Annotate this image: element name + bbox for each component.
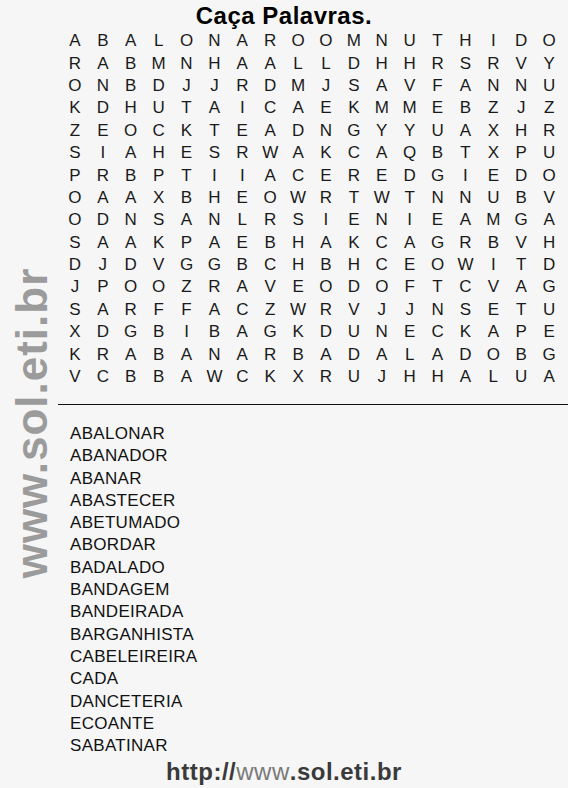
grid-cell-r15c3[interactable]: A: [117, 343, 145, 365]
grid-cell-r2c16[interactable]: R: [479, 52, 507, 74]
grid-cell-r13c15[interactable]: S: [451, 299, 479, 321]
grid-cell-r3c13[interactable]: V: [396, 75, 424, 97]
grid-cell-r4c6[interactable]: A: [200, 97, 228, 119]
grid-cell-r5c8[interactable]: A: [256, 120, 284, 142]
grid-cell-r8c16[interactable]: U: [479, 187, 507, 209]
grid-cell-r7c15[interactable]: I: [451, 164, 479, 186]
grid-cell-r4c7[interactable]: I: [228, 97, 256, 119]
grid-cell-r8c11[interactable]: T: [340, 187, 368, 209]
grid-cell-r2c17[interactable]: V: [507, 52, 535, 74]
grid-cell-r6c4[interactable]: H: [145, 142, 173, 164]
grid-cell-r4c14[interactable]: E: [424, 97, 452, 119]
grid-cell-r9c2[interactable]: D: [89, 209, 117, 231]
grid-cell-r13c17[interactable]: T: [507, 299, 535, 321]
grid-cell-r10c15[interactable]: R: [451, 232, 479, 254]
grid-cell-r7c9[interactable]: C: [284, 164, 312, 186]
grid-cell-r3c8[interactable]: D: [256, 75, 284, 97]
grid-cell-r6c8[interactable]: W: [256, 142, 284, 164]
grid-cell-r5c2[interactable]: E: [89, 120, 117, 142]
grid-cell-r2c7[interactable]: A: [228, 52, 256, 74]
grid-cell-r14c5[interactable]: I: [173, 321, 201, 343]
grid-cell-r3c15[interactable]: A: [451, 75, 479, 97]
grid-cell-r11c8[interactable]: C: [256, 254, 284, 276]
grid-cell-r1c9[interactable]: O: [284, 30, 312, 52]
grid-cell-r9c8[interactable]: R: [256, 209, 284, 231]
grid-cell-r5c17[interactable]: H: [507, 120, 535, 142]
grid-cell-r12c6[interactable]: R: [200, 276, 228, 298]
footer-url-separator: ://: [213, 758, 236, 785]
grid-cell-r15c1[interactable]: K: [61, 343, 89, 365]
grid-cell-r7c6[interactable]: I: [200, 164, 228, 186]
grid-cell-r16c10[interactable]: R: [312, 366, 340, 388]
grid-cell-r7c3[interactable]: B: [117, 164, 145, 186]
grid-cell-r3c5[interactable]: J: [173, 75, 201, 97]
grid-cell-r10c12[interactable]: C: [368, 232, 396, 254]
grid-cell-r14c10[interactable]: D: [312, 321, 340, 343]
grid-cell-r12c5[interactable]: Z: [173, 276, 201, 298]
grid-cell-r4c4[interactable]: U: [145, 97, 173, 119]
grid-cell-r6c18[interactable]: U: [535, 142, 563, 164]
grid-cell-r12c1[interactable]: J: [61, 276, 89, 298]
grid-cell-r6c3[interactable]: A: [117, 142, 145, 164]
grid-cell-r10c18[interactable]: H: [535, 232, 563, 254]
grid-cell-r10c17[interactable]: V: [507, 232, 535, 254]
grid-cell-r13c18[interactable]: U: [535, 299, 563, 321]
grid-cell-r14c18[interactable]: E: [535, 321, 563, 343]
grid-cell-r2c12[interactable]: H: [368, 52, 396, 74]
grid-cell-r11c15[interactable]: W: [451, 254, 479, 276]
grid-cell-r8c8[interactable]: O: [256, 187, 284, 209]
grid-cell-r3c7[interactable]: R: [228, 75, 256, 97]
grid-cell-r3c11[interactable]: S: [340, 75, 368, 97]
grid-cell-r15c16[interactable]: O: [479, 343, 507, 365]
grid-cell-r11c13[interactable]: E: [396, 254, 424, 276]
grid-cell-r3c10[interactable]: J: [312, 75, 340, 97]
grid-cell-r9c18[interactable]: A: [535, 209, 563, 231]
grid-cell-r6c10[interactable]: K: [312, 142, 340, 164]
grid-cell-r7c5[interactable]: T: [173, 164, 201, 186]
divider-line: [58, 404, 568, 405]
grid-cell-r14c16[interactable]: A: [479, 321, 507, 343]
grid-cell-r7c17[interactable]: D: [507, 164, 535, 186]
grid-cell-r6c11[interactable]: C: [340, 142, 368, 164]
grid-cell-r5c6[interactable]: T: [200, 120, 228, 142]
grid-cell-r15c10[interactable]: A: [312, 343, 340, 365]
grid-cell-r15c4[interactable]: B: [145, 343, 173, 365]
grid-cell-r14c1[interactable]: X: [61, 321, 89, 343]
grid-cell-r1c10[interactable]: O: [312, 30, 340, 52]
grid-cell-r2c3[interactable]: B: [117, 52, 145, 74]
grid-cell-r8c9[interactable]: W: [284, 187, 312, 209]
grid-cell-r8c13[interactable]: T: [396, 187, 424, 209]
grid-cell-r10c1[interactable]: S: [61, 232, 89, 254]
grid-cell-r6c5[interactable]: E: [173, 142, 201, 164]
grid-cell-r8c18[interactable]: V: [535, 187, 563, 209]
grid-cell-r7c4[interactable]: P: [145, 164, 173, 186]
grid-cell-r12c4[interactable]: O: [145, 276, 173, 298]
grid-cell-r3c12[interactable]: A: [368, 75, 396, 97]
grid-cell-r1c14[interactable]: T: [424, 30, 452, 52]
grid-cell-r5c14[interactable]: U: [424, 120, 452, 142]
grid-cell-r11c5[interactable]: G: [173, 254, 201, 276]
grid-cell-r1c3[interactable]: A: [117, 30, 145, 52]
grid-cell-r11c9[interactable]: H: [284, 254, 312, 276]
grid-cell-r15c5[interactable]: A: [173, 343, 201, 365]
grid-cell-r16c15[interactable]: A: [451, 366, 479, 388]
grid-cell-r13c2[interactable]: A: [89, 299, 117, 321]
grid-cell-r5c18[interactable]: R: [535, 120, 563, 142]
grid-cell-r7c8[interactable]: A: [256, 164, 284, 186]
grid-cell-r4c15[interactable]: B: [451, 97, 479, 119]
grid-cell-r9c5[interactable]: A: [173, 209, 201, 231]
grid-cell-r15c14[interactable]: A: [424, 343, 452, 365]
grid-cell-r15c2[interactable]: R: [89, 343, 117, 365]
grid-cell-r7c7[interactable]: I: [228, 164, 256, 186]
grid-cell-r11c6[interactable]: G: [200, 254, 228, 276]
grid-cell-r4c12[interactable]: M: [368, 97, 396, 119]
grid-cell-r8c7[interactable]: E: [228, 187, 256, 209]
grid-cell-r14c17[interactable]: P: [507, 321, 535, 343]
grid-cell-r4c3[interactable]: H: [117, 97, 145, 119]
grid-cell-r13c16[interactable]: E: [479, 299, 507, 321]
grid-cell-r14c6[interactable]: B: [200, 321, 228, 343]
grid-cell-r11c18[interactable]: D: [535, 254, 563, 276]
grid-cell-r1c18[interactable]: O: [535, 30, 563, 52]
grid-cell-r3c17[interactable]: N: [507, 75, 535, 97]
grid-cell-r8c4[interactable]: X: [145, 187, 173, 209]
grid-cell-r11c2[interactable]: J: [89, 254, 117, 276]
grid-cell-r11c1[interactable]: D: [61, 254, 89, 276]
grid-cell-r14c14[interactable]: C: [424, 321, 452, 343]
grid-cell-r1c2[interactable]: B: [89, 30, 117, 52]
grid-cell-r9c10[interactable]: I: [312, 209, 340, 231]
grid-cell-r15c7[interactable]: A: [228, 343, 256, 365]
grid-cell-r15c8[interactable]: R: [256, 343, 284, 365]
grid-cell-r4c18[interactable]: Z: [535, 97, 563, 119]
grid-cell-r11c12[interactable]: C: [368, 254, 396, 276]
grid-cell-r9c17[interactable]: G: [507, 209, 535, 231]
grid-cell-r10c6[interactable]: A: [200, 232, 228, 254]
grid-cell-r7c1[interactable]: P: [61, 164, 89, 186]
grid-cell-r1c13[interactable]: U: [396, 30, 424, 52]
grid-cell-r3c18[interactable]: U: [535, 75, 563, 97]
grid-cell-r15c6[interactable]: N: [200, 343, 228, 365]
grid-cell-r16c5[interactable]: A: [173, 366, 201, 388]
grid-cell-r8c10[interactable]: R: [312, 187, 340, 209]
grid-cell-r9c1[interactable]: O: [61, 209, 89, 231]
grid-cell-r3c6[interactable]: J: [200, 75, 228, 97]
grid-cell-r14c15[interactable]: K: [451, 321, 479, 343]
grid-cell-r14c2[interactable]: D: [89, 321, 117, 343]
footer-url[interactable]: http://www.sol.eti.br: [0, 758, 568, 786]
grid-cell-r8c6[interactable]: H: [200, 187, 228, 209]
grid-cell-r13c3[interactable]: R: [117, 299, 145, 321]
grid-cell-r16c16[interactable]: L: [479, 366, 507, 388]
grid-cell-r2c4[interactable]: M: [145, 52, 173, 74]
footer-url-www: www: [236, 758, 290, 785]
grid-cell-r6c1[interactable]: S: [61, 142, 89, 164]
grid-cell-r9c15[interactable]: A: [451, 209, 479, 231]
grid-cell-r8c12[interactable]: W: [368, 187, 396, 209]
grid-cell-r6c15[interactable]: T: [451, 142, 479, 164]
grid-cell-r15c12[interactable]: A: [368, 343, 396, 365]
grid-cell-r16c13[interactable]: H: [396, 366, 424, 388]
grid-cell-r16c4[interactable]: B: [145, 366, 173, 388]
grid-cell-r1c6[interactable]: N: [200, 30, 228, 52]
grid-cell-r16c7[interactable]: C: [228, 366, 256, 388]
grid-cell-r8c17[interactable]: B: [507, 187, 535, 209]
grid-cell-r12c14[interactable]: T: [424, 276, 452, 298]
grid-cell-r7c11[interactable]: R: [340, 164, 368, 186]
grid-cell-r1c8[interactable]: R: [256, 30, 284, 52]
grid-cell-r5c5[interactable]: K: [173, 120, 201, 142]
grid-cell-r16c11[interactable]: U: [340, 366, 368, 388]
grid-cell-r14c8[interactable]: G: [256, 321, 284, 343]
grid-cell-r10c13[interactable]: A: [396, 232, 424, 254]
grid-cell-r3c3[interactable]: B: [117, 75, 145, 97]
grid-cell-r2c2[interactable]: A: [89, 52, 117, 74]
grid-cell-r1c15[interactable]: H: [451, 30, 479, 52]
grid-cell-r7c10[interactable]: E: [312, 164, 340, 186]
grid-cell-r12c10[interactable]: O: [312, 276, 340, 298]
grid-cell-r5c11[interactable]: G: [340, 120, 368, 142]
grid-cell-r6c2[interactable]: I: [89, 142, 117, 164]
grid-cell-r4c10[interactable]: E: [312, 97, 340, 119]
grid-cell-r1c4[interactable]: L: [145, 30, 173, 52]
grid-cell-r5c7[interactable]: E: [228, 120, 256, 142]
grid-cell-r13c8[interactable]: Z: [256, 299, 284, 321]
grid-cell-r3c4[interactable]: D: [145, 75, 173, 97]
grid-cell-r13c1[interactable]: S: [61, 299, 89, 321]
grid-cell-r9c13[interactable]: I: [396, 209, 424, 231]
grid-cell-r7c12[interactable]: E: [368, 164, 396, 186]
grid-cell-r13c14[interactable]: N: [424, 299, 452, 321]
grid-cell-r11c4[interactable]: V: [145, 254, 173, 276]
grid-cell-r10c8[interactable]: B: [256, 232, 284, 254]
word-list-item: SABATINAR: [70, 735, 197, 757]
grid-cell-r4c2[interactable]: D: [89, 97, 117, 119]
grid-cell-r13c5[interactable]: F: [173, 299, 201, 321]
grid-cell-r10c3[interactable]: A: [117, 232, 145, 254]
grid-cell-r15c17[interactable]: B: [507, 343, 535, 365]
grid-cell-r5c3[interactable]: O: [117, 120, 145, 142]
grid-cell-r8c3[interactable]: A: [117, 187, 145, 209]
grid-cell-r4c11[interactable]: K: [340, 97, 368, 119]
grid-cell-r9c12[interactable]: N: [368, 209, 396, 231]
grid-cell-r15c15[interactable]: D: [451, 343, 479, 365]
grid-cell-r15c11[interactable]: D: [340, 343, 368, 365]
grid-cell-r13c12[interactable]: J: [368, 299, 396, 321]
grid-cell-r9c16[interactable]: M: [479, 209, 507, 231]
grid-cell-r1c11[interactable]: M: [340, 30, 368, 52]
grid-cell-r12c8[interactable]: V: [256, 276, 284, 298]
grid-cell-r14c7[interactable]: A: [228, 321, 256, 343]
grid-cell-r3c16[interactable]: N: [479, 75, 507, 97]
grid-cell-r8c2[interactable]: A: [89, 187, 117, 209]
grid-cell-r5c16[interactable]: X: [479, 120, 507, 142]
grid-cell-r16c6[interactable]: W: [200, 366, 228, 388]
grid-cell-r1c16[interactable]: I: [479, 30, 507, 52]
grid-cell-r10c7[interactable]: E: [228, 232, 256, 254]
word-list-item: CADA: [70, 668, 197, 690]
grid-cell-r2c18[interactable]: Y: [535, 52, 563, 74]
grid-cell-r12c11[interactable]: D: [340, 276, 368, 298]
grid-cell-r16c18[interactable]: A: [535, 366, 563, 388]
grid-cell-r11c11[interactable]: H: [340, 254, 368, 276]
grid-cell-r10c5[interactable]: P: [173, 232, 201, 254]
grid-cell-r5c10[interactable]: N: [312, 120, 340, 142]
grid-cell-r5c4[interactable]: C: [145, 120, 173, 142]
grid-cell-r3c9[interactable]: M: [284, 75, 312, 97]
grid-cell-r8c5[interactable]: B: [173, 187, 201, 209]
grid-cell-r7c16[interactable]: E: [479, 164, 507, 186]
grid-cell-r7c14[interactable]: G: [424, 164, 452, 186]
grid-cell-r3c14[interactable]: F: [424, 75, 452, 97]
grid-cell-r11c16[interactable]: I: [479, 254, 507, 276]
grid-cell-r14c9[interactable]: K: [284, 321, 312, 343]
grid-cell-r4c16[interactable]: Z: [479, 97, 507, 119]
grid-cell-r6c12[interactable]: A: [368, 142, 396, 164]
grid-cell-r4c5[interactable]: T: [173, 97, 201, 119]
grid-cell-r7c13[interactable]: D: [396, 164, 424, 186]
grid-cell-r13c11[interactable]: V: [340, 299, 368, 321]
word-list-item: ABANADOR: [70, 445, 197, 467]
word-list-item: BADALADO: [70, 557, 197, 579]
footer-url-scheme: http: [166, 758, 213, 785]
grid-cell-r16c9[interactable]: X: [284, 366, 312, 388]
grid-cell-r15c18[interactable]: G: [535, 343, 563, 365]
grid-cell-r16c3[interactable]: B: [117, 366, 145, 388]
grid-cell-r2c11[interactable]: D: [340, 52, 368, 74]
grid-cell-r16c17[interactable]: U: [507, 366, 535, 388]
grid-cell-r5c12[interactable]: Y: [368, 120, 396, 142]
grid-cell-r4c8[interactable]: C: [256, 97, 284, 119]
grid-cell-r7c18[interactable]: O: [535, 164, 563, 186]
grid-cell-r7c2[interactable]: R: [89, 164, 117, 186]
grid-cell-r10c9[interactable]: H: [284, 232, 312, 254]
grid-cell-r3c2[interactable]: N: [89, 75, 117, 97]
grid-cell-r9c7[interactable]: L: [228, 209, 256, 231]
grid-cell-r8c14[interactable]: N: [424, 187, 452, 209]
grid-cell-r11c17[interactable]: T: [507, 254, 535, 276]
grid-cell-r10c14[interactable]: G: [424, 232, 452, 254]
grid-cell-r4c17[interactable]: J: [507, 97, 535, 119]
grid-cell-r13c7[interactable]: C: [228, 299, 256, 321]
grid-cell-r13c9[interactable]: W: [284, 299, 312, 321]
grid-cell-r2c10[interactable]: L: [312, 52, 340, 74]
grid-cell-r2c6[interactable]: H: [200, 52, 228, 74]
grid-cell-r15c9[interactable]: B: [284, 343, 312, 365]
grid-cell-r12c15[interactable]: C: [451, 276, 479, 298]
grid-cell-r1c5[interactable]: O: [173, 30, 201, 52]
grid-cell-r2c8[interactable]: A: [256, 52, 284, 74]
grid-cell-r16c12[interactable]: J: [368, 366, 396, 388]
grid-cell-r9c4[interactable]: S: [145, 209, 173, 231]
grid-cell-r11c10[interactable]: B: [312, 254, 340, 276]
grid-cell-r2c15[interactable]: S: [451, 52, 479, 74]
grid-cell-r13c6[interactable]: A: [200, 299, 228, 321]
grid-cell-r5c15[interactable]: A: [451, 120, 479, 142]
grid-cell-r10c2[interactable]: A: [89, 232, 117, 254]
grid-cell-r2c5[interactable]: N: [173, 52, 201, 74]
grid-cell-r11c7[interactable]: B: [228, 254, 256, 276]
grid-cell-r12c17[interactable]: A: [507, 276, 535, 298]
grid-cell-r9c6[interactable]: N: [200, 209, 228, 231]
grid-cell-r1c1[interactable]: A: [61, 30, 89, 52]
grid-cell-r15c13[interactable]: L: [396, 343, 424, 365]
grid-cell-r10c10[interactable]: A: [312, 232, 340, 254]
grid-cell-r11c14[interactable]: O: [424, 254, 452, 276]
grid-cell-r1c12[interactable]: N: [368, 30, 396, 52]
grid-cell-r14c4[interactable]: B: [145, 321, 173, 343]
grid-cell-r16c8[interactable]: K: [256, 366, 284, 388]
grid-cell-r10c16[interactable]: B: [479, 232, 507, 254]
grid-cell-r5c1[interactable]: Z: [61, 120, 89, 142]
grid-cell-r6c6[interactable]: S: [200, 142, 228, 164]
grid-cell-r2c1[interactable]: R: [61, 52, 89, 74]
grid-cell-r16c2[interactable]: C: [89, 366, 117, 388]
grid-cell-r5c13[interactable]: Y: [396, 120, 424, 142]
grid-cell-r5c9[interactable]: D: [284, 120, 312, 142]
grid-cell-r12c13[interactable]: F: [396, 276, 424, 298]
grid-cell-r4c9[interactable]: A: [284, 97, 312, 119]
grid-cell-r2c14[interactable]: R: [424, 52, 452, 74]
grid-cell-r9c9[interactable]: S: [284, 209, 312, 231]
grid-cell-r12c3[interactable]: O: [117, 276, 145, 298]
word-list-item: ECOANTE: [70, 713, 197, 735]
grid-cell-r14c12[interactable]: N: [368, 321, 396, 343]
grid-cell-r13c10[interactable]: R: [312, 299, 340, 321]
grid-cell-r12c7[interactable]: A: [228, 276, 256, 298]
grid-cell-r6c9[interactable]: A: [284, 142, 312, 164]
grid-cell-r1c7[interactable]: A: [228, 30, 256, 52]
grid-cell-r12c16[interactable]: V: [479, 276, 507, 298]
grid-cell-r12c9[interactable]: E: [284, 276, 312, 298]
grid-cell-r9c14[interactable]: E: [424, 209, 452, 231]
grid-cell-r9c3[interactable]: N: [117, 209, 145, 231]
grid-cell-r2c9[interactable]: L: [284, 52, 312, 74]
page-title: Caça Palavras.: [0, 2, 568, 30]
grid-cell-r14c3[interactable]: G: [117, 321, 145, 343]
grid-cell-r4c1[interactable]: K: [61, 97, 89, 119]
grid-cell-r2c13[interactable]: H: [396, 52, 424, 74]
grid-cell-r12c2[interactable]: P: [89, 276, 117, 298]
grid-cell-r13c4[interactable]: F: [145, 299, 173, 321]
grid-cell-r8c15[interactable]: N: [451, 187, 479, 209]
grid-cell-r13c13[interactable]: J: [396, 299, 424, 321]
grid-cell-r3c1[interactable]: O: [61, 75, 89, 97]
grid-cell-r9c11[interactable]: E: [340, 209, 368, 231]
grid-cell-r16c14[interactable]: H: [424, 366, 452, 388]
grid-cell-r4c13[interactable]: M: [396, 97, 424, 119]
grid-cell-r6c14[interactable]: B: [424, 142, 452, 164]
grid-cell-r10c11[interactable]: K: [340, 232, 368, 254]
grid-cell-r8c1[interactable]: O: [61, 187, 89, 209]
grid-cell-r14c11[interactable]: U: [340, 321, 368, 343]
grid-cell-r14c13[interactable]: E: [396, 321, 424, 343]
grid-cell-r6c7[interactable]: R: [228, 142, 256, 164]
grid-cell-r12c12[interactable]: O: [368, 276, 396, 298]
word-list-item: BARGANHISTA: [70, 624, 197, 646]
grid-cell-r6c16[interactable]: X: [479, 142, 507, 164]
grid-cell-r10c4[interactable]: K: [145, 232, 173, 254]
grid-cell-r12c18[interactable]: G: [535, 276, 563, 298]
grid-cell-r1c17[interactable]: D: [507, 30, 535, 52]
grid-cell-r6c13[interactable]: Q: [396, 142, 424, 164]
grid-cell-r6c17[interactable]: P: [507, 142, 535, 164]
grid-cell-r11c3[interactable]: D: [117, 254, 145, 276]
grid-cell-r16c1[interactable]: V: [61, 366, 89, 388]
